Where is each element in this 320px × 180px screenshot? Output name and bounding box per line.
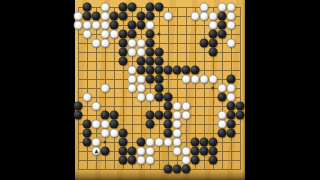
stone-black <box>218 21 227 30</box>
stone-white <box>92 21 101 30</box>
stone-black <box>119 48 128 57</box>
stone-white <box>101 30 110 39</box>
stone-white <box>173 138 182 147</box>
stone-black <box>155 75 164 84</box>
stone-white <box>74 21 83 30</box>
stone-white <box>128 39 137 48</box>
stone-black <box>137 57 146 66</box>
stone-black <box>146 12 155 21</box>
stone-white <box>155 138 164 147</box>
stone-white <box>209 21 218 30</box>
stone-black <box>128 147 137 156</box>
stone-white <box>137 147 146 156</box>
stone-black <box>110 21 119 30</box>
stone-white <box>101 12 110 21</box>
stone-white <box>191 75 200 84</box>
stone-white <box>227 84 236 93</box>
stone-black <box>200 147 209 156</box>
stone-white <box>146 147 155 156</box>
stone-black <box>74 111 83 120</box>
stone-black <box>146 30 155 39</box>
stone-black <box>119 138 128 147</box>
stone-black <box>200 39 209 48</box>
stone-white <box>74 12 83 21</box>
stone-black <box>155 48 164 57</box>
star-point <box>104 141 107 144</box>
stone-black <box>146 39 155 48</box>
stone-black <box>119 129 128 138</box>
stone-black <box>164 129 173 138</box>
go-board[interactable] <box>75 0 245 180</box>
stone-black <box>227 111 236 120</box>
stone-black <box>227 102 236 111</box>
stone-black <box>155 93 164 102</box>
stone-white <box>128 66 137 75</box>
stone-black <box>182 66 191 75</box>
stone-white <box>200 3 209 12</box>
stone-white <box>173 147 182 156</box>
stone-black <box>119 156 128 165</box>
stone-black <box>173 165 182 174</box>
stone-black <box>128 156 137 165</box>
stone-white <box>101 120 110 129</box>
stone-black <box>101 147 110 156</box>
stone-black <box>137 66 146 75</box>
stone-black <box>218 93 227 102</box>
stone-black <box>83 12 92 21</box>
stone-white <box>218 3 227 12</box>
stone-white <box>137 84 146 93</box>
board-bottom-edge-shadow <box>75 171 245 180</box>
stone-black <box>164 66 173 75</box>
right-letterbox-bar <box>245 0 320 180</box>
stone-black <box>164 120 173 129</box>
stone-white <box>101 39 110 48</box>
stone-black <box>155 3 164 12</box>
stone-white <box>200 12 209 21</box>
stone-black <box>119 3 128 12</box>
stone-black <box>227 120 236 129</box>
stone-black <box>137 138 146 147</box>
stone-black <box>218 30 227 39</box>
stone-white <box>173 111 182 120</box>
stone-white <box>101 3 110 12</box>
stone-white <box>209 75 218 84</box>
stone-white <box>164 12 173 21</box>
stone-white <box>227 93 236 102</box>
stone-white <box>227 3 236 12</box>
stone-black <box>83 3 92 12</box>
stone-white <box>146 21 155 30</box>
stone-white <box>101 21 110 30</box>
stone-white <box>128 75 137 84</box>
stone-black <box>155 111 164 120</box>
stone-white <box>128 84 137 93</box>
stone-white <box>146 93 155 102</box>
stone-white <box>137 93 146 102</box>
stone-white <box>191 12 200 21</box>
stone-black <box>146 48 155 57</box>
stone-black <box>110 120 119 129</box>
stone-black <box>182 165 191 174</box>
stone-black <box>110 12 119 21</box>
go-app-screen <box>0 0 320 180</box>
stone-black <box>200 138 209 147</box>
stone-white <box>227 21 236 30</box>
stone-black <box>191 156 200 165</box>
stone-black <box>209 39 218 48</box>
stone-white <box>182 147 191 156</box>
stone-white <box>110 30 119 39</box>
stone-black <box>83 129 92 138</box>
stone-black <box>146 57 155 66</box>
stone-black <box>155 66 164 75</box>
stone-white <box>92 138 101 147</box>
stone-white <box>218 120 227 129</box>
star-point <box>158 33 161 36</box>
stone-white <box>83 93 92 102</box>
stone-black <box>74 102 83 111</box>
stone-white <box>146 156 155 165</box>
stone-white <box>137 48 146 57</box>
stone-black <box>119 30 128 39</box>
stone-white <box>173 129 182 138</box>
stone-white <box>173 120 182 129</box>
stone-black <box>227 75 236 84</box>
stone-white <box>92 102 101 111</box>
stone-black <box>119 12 128 21</box>
stone-black <box>146 111 155 120</box>
stone-black <box>155 84 164 93</box>
stone-black <box>209 147 218 156</box>
stone-white <box>164 138 173 147</box>
stone-white <box>101 84 110 93</box>
left-letterbox-bar <box>0 0 75 180</box>
star-point <box>212 87 215 90</box>
stone-white <box>227 39 236 48</box>
stone-black <box>92 12 101 21</box>
stone-white <box>209 12 218 21</box>
stone-black <box>191 66 200 75</box>
stone-black <box>128 3 137 12</box>
stone-white-last-move <box>92 147 101 156</box>
stone-black <box>209 138 218 147</box>
stone-white <box>137 156 146 165</box>
last-move-marker-icon <box>94 149 98 153</box>
stone-black <box>119 39 128 48</box>
stone-black <box>146 75 155 84</box>
stone-white <box>218 84 227 93</box>
stone-white <box>110 129 119 138</box>
stone-black <box>83 120 92 129</box>
stone-white <box>182 75 191 84</box>
stone-black <box>164 93 173 102</box>
stone-black <box>119 57 128 66</box>
stone-white <box>173 102 182 111</box>
stone-black <box>209 30 218 39</box>
stone-white <box>227 12 236 21</box>
stone-white <box>128 48 137 57</box>
stone-black <box>119 147 128 156</box>
stone-black <box>110 111 119 120</box>
stone-black <box>137 12 146 21</box>
stone-white <box>137 39 146 48</box>
stone-black <box>236 102 245 111</box>
stone-black <box>101 111 110 120</box>
stone-white <box>83 21 92 30</box>
stone-white <box>137 75 146 84</box>
stone-white <box>182 156 191 165</box>
stone-black <box>164 111 173 120</box>
stone-white <box>218 111 227 120</box>
stone-white <box>182 102 191 111</box>
stone-black <box>236 111 245 120</box>
stone-black <box>137 21 146 30</box>
stone-black <box>146 3 155 12</box>
stone-black <box>191 147 200 156</box>
stone-white <box>146 138 155 147</box>
stone-black <box>227 129 236 138</box>
stone-white <box>182 111 191 120</box>
stone-black <box>128 21 137 30</box>
stone-black <box>218 129 227 138</box>
stone-black <box>155 57 164 66</box>
stone-black <box>128 30 137 39</box>
stone-black <box>83 138 92 147</box>
stone-black <box>209 48 218 57</box>
stone-black <box>218 12 227 21</box>
stone-white <box>101 129 110 138</box>
stone-black <box>164 165 173 174</box>
stone-white <box>200 75 209 84</box>
stone-black <box>164 102 173 111</box>
stone-white <box>92 39 101 48</box>
stone-white <box>83 30 92 39</box>
stone-black <box>146 66 155 75</box>
stone-white <box>92 120 101 129</box>
stone-black <box>191 138 200 147</box>
stone-black <box>173 66 182 75</box>
stone-black <box>209 156 218 165</box>
stone-black <box>146 120 155 129</box>
